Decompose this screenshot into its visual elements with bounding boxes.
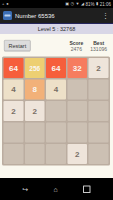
home-icon[interactable]: ⌂	[54, 186, 58, 193]
level-header: Level 5 : 32768	[0, 24, 113, 34]
overflow-menu-icon[interactable]: ⋮	[101, 12, 110, 20]
tile-2: 2	[4, 101, 24, 121]
empty-cell	[89, 123, 109, 143]
empty-cell	[67, 80, 87, 100]
screenshot-icon: ▣	[65, 2, 69, 6]
empty-cell	[89, 144, 109, 164]
battery-icon: ▮	[96, 2, 98, 6]
empty-cell	[46, 144, 66, 164]
notification-icon-2: ●	[6, 2, 8, 6]
empty-cell	[4, 123, 24, 143]
android-nav-bar: ↩ ⌂	[0, 178, 113, 200]
restart-button[interactable]: Restart	[4, 40, 31, 51]
back-icon[interactable]: ↩	[23, 186, 29, 193]
empty-cell	[25, 144, 45, 164]
best-value: 131096	[90, 46, 107, 52]
tile-32: 32	[67, 58, 87, 78]
tile-4: 4	[46, 80, 66, 100]
tile-2: 2	[89, 58, 109, 78]
level-text: Level 5 : 32768	[38, 26, 76, 32]
clock-text: 21:06	[100, 2, 111, 7]
score-value: 2476	[69, 46, 83, 52]
tile-4: 4	[4, 80, 24, 100]
empty-cell	[25, 123, 45, 143]
battery-percent: 81%	[86, 2, 95, 7]
alarm-icon: ◷	[70, 2, 73, 6]
tile-2: 2	[67, 144, 87, 164]
tile-8: 8	[25, 80, 45, 100]
empty-cell	[67, 123, 87, 143]
wifi-icon: ▼	[75, 2, 79, 6]
recents-icon[interactable]	[83, 185, 91, 193]
empty-cell	[89, 101, 109, 121]
empty-cell	[67, 101, 87, 121]
empty-cell	[89, 80, 109, 100]
app-title: Number 65536	[15, 12, 55, 19]
score-box: Score 2476	[69, 40, 83, 52]
app-icon	[3, 11, 12, 20]
best-label: Best	[90, 40, 107, 46]
empty-cell	[46, 101, 66, 121]
score-row: Restart Score 2476 Best 131096	[0, 34, 113, 55]
scoreboard: Score 2476 Best 131096	[69, 40, 109, 52]
tile-64: 64	[46, 58, 66, 78]
status-bar: + ● ▣ ◷ ▼ ◢ 81% ▮ 21:06	[0, 0, 113, 8]
app-screen: + ● ▣ ◷ ▼ ◢ 81% ▮ 21:06 Number 65536 ⋮ L…	[0, 0, 113, 200]
notification-icon-1: +	[2, 2, 4, 6]
app-bar: Number 65536 ⋮	[0, 8, 113, 24]
tile-256: 256	[25, 58, 45, 78]
tile-64: 64	[4, 58, 24, 78]
score-label: Score	[69, 40, 83, 46]
tile-2: 2	[25, 101, 45, 121]
board[interactable]: 6425664322484222	[2, 57, 110, 166]
signal-icon: ◢	[81, 2, 84, 6]
empty-cell	[4, 144, 24, 164]
best-box: Best 131096	[90, 40, 107, 52]
empty-cell	[46, 123, 66, 143]
